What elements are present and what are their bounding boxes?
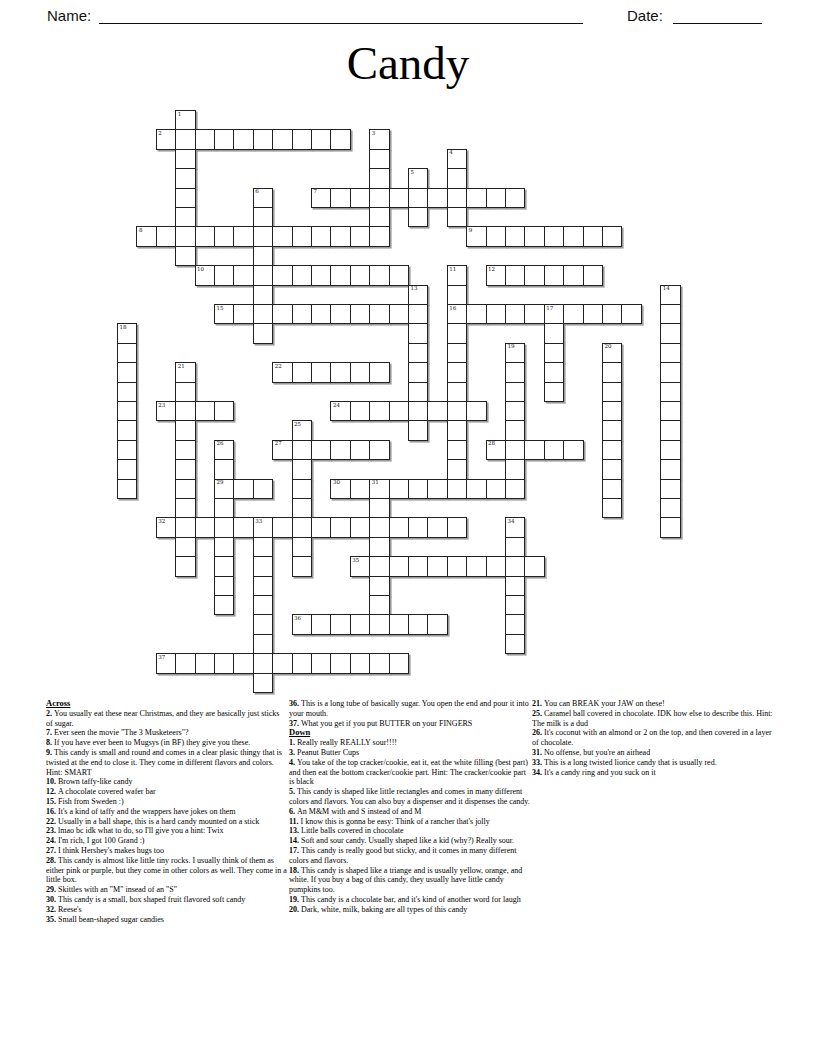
grid-cell[interactable] xyxy=(447,479,467,499)
grid-cell[interactable] xyxy=(272,517,292,537)
grid-cell[interactable] xyxy=(524,226,544,246)
grid-cell[interactable] xyxy=(369,595,389,615)
grid-cell[interactable] xyxy=(408,479,428,499)
cell-number: 12 xyxy=(488,266,495,273)
grid-cell[interactable] xyxy=(369,226,389,246)
clue-across-28: 28. This candy is almost like little tin… xyxy=(46,856,287,885)
grid-cell[interactable] xyxy=(175,149,195,169)
grid-cell[interactable] xyxy=(505,382,525,402)
cell-number: 16 xyxy=(449,305,456,312)
grid-cell[interactable] xyxy=(253,576,273,596)
grid-cell[interactable] xyxy=(389,188,409,208)
grid-cell[interactable] xyxy=(253,537,273,557)
grid-cell[interactable] xyxy=(156,226,176,246)
grid-cell[interactable] xyxy=(253,634,273,654)
grid-cell[interactable] xyxy=(486,304,506,324)
grid-cell[interactable] xyxy=(505,188,525,208)
grid-cell[interactable] xyxy=(292,129,312,149)
grid-cell[interactable] xyxy=(505,226,525,246)
grid-cell[interactable] xyxy=(447,517,467,537)
grid-cell[interactable] xyxy=(175,459,195,479)
grid-cell[interactable]: 37 xyxy=(156,653,176,673)
grid-cell[interactable]: 4 xyxy=(447,149,467,169)
grid-cell[interactable] xyxy=(330,226,350,246)
grid-cell[interactable] xyxy=(253,556,273,576)
grid-cell[interactable] xyxy=(505,595,525,615)
grid-cell[interactable] xyxy=(350,362,370,382)
grid-cell[interactable] xyxy=(505,304,525,324)
grid-cell[interactable] xyxy=(486,226,506,246)
grid-cell[interactable] xyxy=(369,537,389,557)
name-blank-line[interactable] xyxy=(99,23,583,24)
grid-cell[interactable] xyxy=(544,265,564,285)
grid-cell[interactable] xyxy=(602,226,622,246)
grid-cell[interactable] xyxy=(602,459,622,479)
grid-cell[interactable] xyxy=(369,440,389,460)
grid-cell[interactable] xyxy=(292,304,312,324)
name-label: Name: xyxy=(47,7,91,24)
grid-cell[interactable] xyxy=(311,653,331,673)
grid-cell[interactable] xyxy=(389,517,409,537)
grid-cell[interactable] xyxy=(292,362,312,382)
grid-cell[interactable] xyxy=(369,304,389,324)
grid-cell[interactable] xyxy=(447,168,467,188)
grid-cell[interactable] xyxy=(486,188,506,208)
grid-cell[interactable] xyxy=(195,226,215,246)
grid-cell[interactable] xyxy=(195,653,215,673)
grid-cell[interactable] xyxy=(330,129,350,149)
grid-cell[interactable] xyxy=(253,246,273,266)
grid-cell[interactable] xyxy=(175,653,195,673)
grid-cell[interactable] xyxy=(505,362,525,382)
grid-cell[interactable] xyxy=(214,576,234,596)
grid-cell[interactable] xyxy=(408,304,428,324)
grid-cell[interactable] xyxy=(389,556,409,576)
grid-cell[interactable]: 10 xyxy=(195,265,215,285)
grid-cell[interactable] xyxy=(563,304,583,324)
grid-cell[interactable] xyxy=(272,653,292,673)
grid-cell[interactable]: 14 xyxy=(660,285,680,305)
grid-cell[interactable]: 1 xyxy=(175,110,195,130)
grid-cell[interactable]: 34 xyxy=(505,517,525,537)
grid-cell[interactable] xyxy=(253,323,273,343)
grid-cell[interactable] xyxy=(427,401,447,421)
grid-cell[interactable] xyxy=(447,285,467,305)
grid-cell[interactable] xyxy=(466,401,486,421)
grid-cell[interactable] xyxy=(505,401,525,421)
grid-cell[interactable] xyxy=(408,517,428,537)
clue-across-8: 8. If you have ever been to Mugsys (in B… xyxy=(46,738,287,748)
grid-cell[interactable] xyxy=(369,653,389,673)
grid-cell[interactable] xyxy=(369,498,389,518)
grid-cell[interactable] xyxy=(311,265,331,285)
grid-cell[interactable]: 35 xyxy=(350,556,370,576)
grid-cell[interactable] xyxy=(330,517,350,537)
grid-cell[interactable] xyxy=(233,304,253,324)
grid-cell[interactable] xyxy=(427,614,447,634)
grid-cell[interactable] xyxy=(660,343,680,363)
grid-cell[interactable] xyxy=(408,420,428,440)
grid-cell[interactable] xyxy=(447,459,467,479)
grid-cell[interactable] xyxy=(175,129,195,149)
grid-cell[interactable] xyxy=(253,304,273,324)
across-header: Across xyxy=(46,699,287,709)
grid-cell[interactable] xyxy=(233,265,253,285)
grid-cell[interactable] xyxy=(602,479,622,499)
clue-down-18: 18. This candy is shaped like a triange … xyxy=(289,866,530,895)
date-blank-line[interactable] xyxy=(673,23,762,24)
grid-cell[interactable] xyxy=(583,226,603,246)
grid-cell[interactable]: 16 xyxy=(447,304,467,324)
grid-cell[interactable] xyxy=(505,614,525,634)
grid-cell[interactable] xyxy=(350,226,370,246)
grid-cell[interactable] xyxy=(292,226,312,246)
cell-number: 13 xyxy=(411,285,418,292)
grid-cell[interactable] xyxy=(660,459,680,479)
grid-cell[interactable] xyxy=(369,362,389,382)
grid-cell[interactable] xyxy=(117,420,137,440)
grid-cell[interactable] xyxy=(214,653,234,673)
grid-cell[interactable] xyxy=(486,556,506,576)
grid-cell[interactable]: 23 xyxy=(156,401,176,421)
grid-cell[interactable] xyxy=(660,323,680,343)
grid-cell[interactable] xyxy=(660,420,680,440)
grid-cell[interactable] xyxy=(524,556,544,576)
grid-cell[interactable] xyxy=(292,556,312,576)
grid-cell[interactable] xyxy=(117,382,137,402)
grid-cell[interactable] xyxy=(660,382,680,402)
grid-cell[interactable] xyxy=(583,265,603,285)
grid-cell[interactable] xyxy=(292,537,312,557)
grid-cell[interactable]: 32 xyxy=(156,517,176,537)
grid-cell[interactable] xyxy=(563,440,583,460)
grid-cell[interactable] xyxy=(214,129,234,149)
grid-cell[interactable] xyxy=(253,595,273,615)
grid-cell[interactable] xyxy=(175,382,195,402)
grid-cell[interactable]: 28 xyxy=(486,440,506,460)
grid-cell[interactable] xyxy=(253,673,273,693)
grid-cell[interactable] xyxy=(175,556,195,576)
grid-cell[interactable] xyxy=(117,459,137,479)
grid-cell[interactable] xyxy=(505,556,525,576)
grid-cell[interactable] xyxy=(466,556,486,576)
grid-cell[interactable] xyxy=(233,226,253,246)
grid-cell[interactable] xyxy=(311,362,331,382)
grid-cell[interactable] xyxy=(427,479,447,499)
grid-cell[interactable]: 2 xyxy=(156,129,176,149)
grid-cell[interactable] xyxy=(369,168,389,188)
grid-cell[interactable] xyxy=(253,479,273,499)
grid-cell[interactable] xyxy=(253,614,273,634)
grid-cell[interactable] xyxy=(447,343,467,363)
grid-cell[interactable] xyxy=(253,653,273,673)
grid-cell[interactable] xyxy=(292,265,312,285)
grid-cell[interactable] xyxy=(486,479,506,499)
grid-cell[interactable] xyxy=(408,401,428,421)
grid-cell[interactable] xyxy=(602,362,622,382)
grid-cell[interactable] xyxy=(427,188,447,208)
grid-cell[interactable] xyxy=(660,304,680,324)
grid-cell[interactable]: 31 xyxy=(369,479,389,499)
grid-cell[interactable] xyxy=(272,226,292,246)
grid-cell[interactable] xyxy=(447,401,467,421)
grid-cell[interactable] xyxy=(602,401,622,421)
grid-cell[interactable] xyxy=(466,304,486,324)
grid-cell[interactable] xyxy=(214,265,234,285)
grid-cell[interactable] xyxy=(214,401,234,421)
grid-cell[interactable] xyxy=(214,517,234,537)
grid-cell[interactable] xyxy=(350,440,370,460)
grid-cell[interactable] xyxy=(660,401,680,421)
grid-cell[interactable] xyxy=(408,556,428,576)
grid-cell[interactable] xyxy=(660,517,680,537)
grid-cell[interactable] xyxy=(350,265,370,285)
grid-cell[interactable] xyxy=(544,362,564,382)
grid-cell[interactable] xyxy=(214,498,234,518)
grid-cell[interactable]: 11 xyxy=(447,265,467,285)
grid-cell[interactable] xyxy=(175,498,195,518)
grid-cell[interactable] xyxy=(505,420,525,440)
grid-cell[interactable] xyxy=(369,188,389,208)
grid-cell[interactable] xyxy=(292,479,312,499)
grid-cell[interactable] xyxy=(311,614,331,634)
grid-cell[interactable] xyxy=(602,420,622,440)
grid-cell[interactable] xyxy=(214,226,234,246)
grid-cell[interactable] xyxy=(175,188,195,208)
grid-cell[interactable]: 19 xyxy=(505,343,525,363)
grid-cell[interactable] xyxy=(330,653,350,673)
grid-cell[interactable] xyxy=(602,498,622,518)
grid-cell[interactable] xyxy=(175,226,195,246)
clue-across-27: 27. I think Hershey's makes hugs too xyxy=(46,846,287,856)
grid-cell[interactable]: 36 xyxy=(292,614,312,634)
grid-cell[interactable] xyxy=(272,129,292,149)
grid-cell[interactable] xyxy=(447,207,467,227)
grid-cell[interactable]: 13 xyxy=(408,285,428,305)
grid-cell[interactable] xyxy=(427,517,447,537)
grid-cell[interactable] xyxy=(311,440,331,460)
grid-cell[interactable] xyxy=(175,440,195,460)
grid-cell[interactable] xyxy=(214,595,234,615)
grid-cell[interactable] xyxy=(505,576,525,596)
grid-cell[interactable] xyxy=(175,420,195,440)
grid-cell[interactable]: 33 xyxy=(253,517,273,537)
grid-cell[interactable] xyxy=(369,614,389,634)
grid-cell[interactable] xyxy=(175,207,195,227)
grid-cell[interactable] xyxy=(660,479,680,499)
grid-cell[interactable] xyxy=(427,556,447,576)
cell-number: 18 xyxy=(120,324,127,331)
grid-cell[interactable] xyxy=(447,362,467,382)
grid-cell[interactable] xyxy=(621,304,641,324)
grid-cell[interactable] xyxy=(505,459,525,479)
grid-cell[interactable] xyxy=(369,517,389,537)
grid-cell[interactable] xyxy=(330,440,350,460)
grid-cell[interactable]: 3 xyxy=(369,129,389,149)
grid-cell[interactable]: 18 xyxy=(117,323,137,343)
grid-cell[interactable]: 30 xyxy=(330,479,350,499)
grid-cell[interactable]: 25 xyxy=(292,420,312,440)
grid-cell[interactable]: 29 xyxy=(214,479,234,499)
grid-cell[interactable] xyxy=(311,517,331,537)
clue-down-31: 31. No offense, but you're an airhead xyxy=(532,748,773,758)
grid-cell[interactable] xyxy=(292,517,312,537)
grid-cell[interactable] xyxy=(544,382,564,402)
grid-cell[interactable] xyxy=(408,207,428,227)
grid-cell[interactable] xyxy=(544,440,564,460)
grid-cell[interactable] xyxy=(505,265,525,285)
grid-cell[interactable] xyxy=(272,304,292,324)
grid-cell[interactable] xyxy=(233,479,253,499)
grid-cell[interactable] xyxy=(253,207,273,227)
grid-cell[interactable] xyxy=(447,323,467,343)
grid-cell[interactable] xyxy=(253,265,273,285)
grid-cell[interactable]: 5 xyxy=(408,168,428,188)
grid-cell[interactable] xyxy=(505,479,525,499)
grid-cell[interactable] xyxy=(408,343,428,363)
grid-cell[interactable] xyxy=(117,479,137,499)
grid-cell[interactable] xyxy=(292,653,312,673)
grid-cell[interactable] xyxy=(117,362,137,382)
grid-cell[interactable] xyxy=(253,285,273,305)
grid-cell[interactable] xyxy=(408,362,428,382)
clue-down-13: 13. Little balls covered in chocolate xyxy=(289,826,530,836)
grid-cell[interactable]: 7 xyxy=(311,188,331,208)
grid-cell[interactable] xyxy=(311,304,331,324)
grid-cell[interactable] xyxy=(369,576,389,596)
grid-cell[interactable]: 6 xyxy=(253,188,273,208)
grid-cell[interactable] xyxy=(311,129,331,149)
grid-cell[interactable] xyxy=(350,479,370,499)
grid-cell[interactable] xyxy=(330,304,350,324)
grid-cell[interactable] xyxy=(233,653,253,673)
grid-cell[interactable] xyxy=(466,188,486,208)
grid-cell[interactable] xyxy=(447,188,467,208)
grid-cell[interactable] xyxy=(389,479,409,499)
grid-cell[interactable] xyxy=(330,188,350,208)
grid-cell[interactable] xyxy=(389,265,409,285)
grid-cell[interactable]: 22 xyxy=(272,362,292,382)
grid-cell[interactable] xyxy=(195,517,215,537)
grid-cell[interactable] xyxy=(447,420,467,440)
grid-cell[interactable] xyxy=(233,517,253,537)
grid-cell[interactable] xyxy=(253,226,273,246)
grid-cell[interactable] xyxy=(369,207,389,227)
grid-cell[interactable] xyxy=(292,440,312,460)
grid-cell[interactable] xyxy=(195,129,215,149)
grid-cell[interactable] xyxy=(505,537,525,557)
grid-cell[interactable] xyxy=(447,556,467,576)
grid-cell[interactable]: 20 xyxy=(602,343,622,363)
grid-cell[interactable] xyxy=(253,129,273,149)
grid-cell[interactable]: 8 xyxy=(136,226,156,246)
grid-cell[interactable] xyxy=(524,304,544,324)
grid-cell[interactable]: 26 xyxy=(214,440,234,460)
grid-cell[interactable] xyxy=(408,614,428,634)
grid-cell[interactable] xyxy=(214,459,234,479)
grid-cell[interactable] xyxy=(544,323,564,343)
grid-cell[interactable]: 21 xyxy=(175,362,195,382)
grid-cell[interactable] xyxy=(660,498,680,518)
grid-cell[interactable] xyxy=(117,440,137,460)
grid-cell[interactable] xyxy=(408,188,428,208)
grid-cell[interactable] xyxy=(389,653,409,673)
grid-cell[interactable] xyxy=(330,265,350,285)
grid-cell[interactable] xyxy=(505,634,525,654)
grid-cell[interactable]: 24 xyxy=(330,401,350,421)
grid-cell[interactable] xyxy=(660,440,680,460)
grid-cell[interactable] xyxy=(583,304,603,324)
grid-cell[interactable] xyxy=(350,653,370,673)
grid-cell[interactable] xyxy=(369,265,389,285)
cell-number: 6 xyxy=(255,188,259,195)
grid-cell[interactable] xyxy=(563,226,583,246)
grid-cell[interactable]: 9 xyxy=(466,226,486,246)
grid-cell[interactable] xyxy=(117,401,137,421)
grid-cell[interactable] xyxy=(447,382,467,402)
grid-cell[interactable] xyxy=(175,517,195,537)
grid-cell[interactable] xyxy=(563,265,583,285)
grid-cell[interactable] xyxy=(544,343,564,363)
grid-cell[interactable]: 17 xyxy=(544,304,564,324)
grid-cell[interactable] xyxy=(466,479,486,499)
grid-cell[interactable] xyxy=(369,401,389,421)
grid-cell[interactable] xyxy=(175,246,195,266)
grid-cell[interactable] xyxy=(350,304,370,324)
grid-cell[interactable] xyxy=(292,459,312,479)
grid-cell[interactable] xyxy=(602,382,622,402)
grid-cell[interactable] xyxy=(117,343,137,363)
grid-cell[interactable] xyxy=(505,440,525,460)
grid-cell[interactable] xyxy=(389,614,409,634)
grid-cell[interactable] xyxy=(602,440,622,460)
grid-cell[interactable] xyxy=(175,401,195,421)
grid-cell[interactable] xyxy=(369,149,389,169)
grid-cell[interactable] xyxy=(408,323,428,343)
grid-cell[interactable] xyxy=(233,129,253,149)
grid-cell[interactable] xyxy=(175,479,195,499)
grid-cell[interactable] xyxy=(330,362,350,382)
grid-cell[interactable] xyxy=(602,304,622,324)
grid-cell[interactable] xyxy=(292,498,312,518)
grid-cell[interactable] xyxy=(350,517,370,537)
grid-cell[interactable] xyxy=(389,304,409,324)
grid-cell[interactable] xyxy=(350,188,370,208)
grid-cell[interactable] xyxy=(524,265,544,285)
grid-cell[interactable] xyxy=(389,401,409,421)
grid-cell[interactable] xyxy=(350,614,370,634)
grid-cell[interactable] xyxy=(369,556,389,576)
grid-cell[interactable] xyxy=(175,537,195,557)
grid-cell[interactable] xyxy=(195,401,215,421)
grid-cell[interactable] xyxy=(214,537,234,557)
grid-cell[interactable] xyxy=(544,226,564,246)
grid-cell[interactable] xyxy=(660,362,680,382)
grid-cell[interactable]: 12 xyxy=(486,265,506,285)
grid-cell[interactable] xyxy=(214,556,234,576)
grid-cell[interactable] xyxy=(175,168,195,188)
grid-cell[interactable]: 15 xyxy=(214,304,234,324)
cell-number: 14 xyxy=(663,285,670,292)
grid-cell[interactable] xyxy=(350,401,370,421)
grid-cell[interactable] xyxy=(311,226,331,246)
grid-cell[interactable] xyxy=(408,382,428,402)
grid-cell[interactable] xyxy=(272,265,292,285)
grid-cell[interactable] xyxy=(447,440,467,460)
grid-cell[interactable] xyxy=(524,440,544,460)
grid-cell[interactable] xyxy=(330,614,350,634)
grid-cell[interactable]: 27 xyxy=(272,440,292,460)
